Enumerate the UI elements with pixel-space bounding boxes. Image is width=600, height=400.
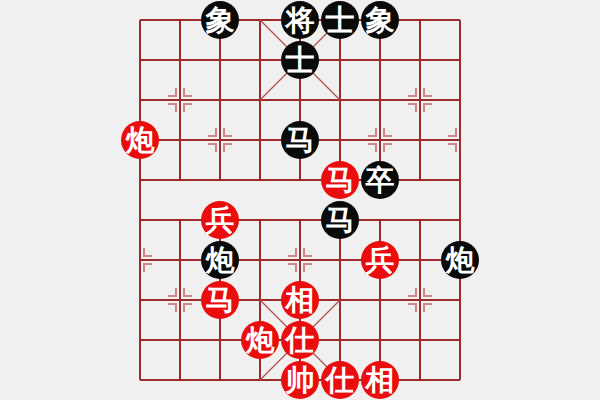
piece-black-horse[interactable]: 马 [321,201,359,239]
piece-black-soldier[interactable]: 卒 [361,161,399,199]
piece-black-general[interactable]: 将 [281,1,319,39]
piece-red-advisor[interactable]: 仕 [321,361,359,399]
piece-black-elephant[interactable]: 象 [361,1,399,39]
piece-red-cannon[interactable]: 炮 [121,121,159,159]
piece-red-soldier[interactable]: 兵 [361,241,399,279]
piece-black-horse[interactable]: 马 [281,121,319,159]
piece-red-horse[interactable]: 马 [321,161,359,199]
piece-red-advisor[interactable]: 仕 [281,321,319,359]
piece-black-cannon[interactable]: 炮 [441,241,479,279]
xiangqi-board[interactable]: 象将士象士炮马马卒兵马炮兵炮马相炮仕帅仕相 [140,20,460,380]
piece-red-general[interactable]: 帅 [281,361,319,399]
piece-red-elephant[interactable]: 相 [361,361,399,399]
piece-black-cannon[interactable]: 炮 [201,241,239,279]
piece-red-horse[interactable]: 马 [201,281,239,319]
piece-black-elephant[interactable]: 象 [201,1,239,39]
piece-red-elephant[interactable]: 相 [281,281,319,319]
piece-red-cannon[interactable]: 炮 [241,321,279,359]
piece-black-advisor[interactable]: 士 [321,1,359,39]
piece-red-soldier[interactable]: 兵 [201,201,239,239]
piece-black-advisor[interactable]: 士 [281,41,319,79]
app-background: 象将士象士炮马马卒兵马炮兵炮马相炮仕帅仕相 [0,0,600,400]
